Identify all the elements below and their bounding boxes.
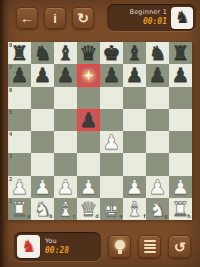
piece-white-pawn: ♟ bbox=[123, 176, 146, 198]
square-h1[interactable]: h♜ bbox=[169, 198, 192, 220]
rank-label-2: 2 bbox=[9, 177, 12, 182]
square-c7[interactable]: ♟ bbox=[54, 64, 77, 86]
piece-black-bishop: ♝ bbox=[54, 42, 77, 64]
piece-black-knight: ♞ bbox=[146, 42, 169, 64]
piece-black-pawn: ♟ bbox=[100, 64, 123, 86]
square-b7[interactable]: ♟ bbox=[31, 64, 54, 86]
piece-black-pawn: ♟ bbox=[31, 64, 54, 86]
square-b4[interactable] bbox=[31, 131, 54, 153]
square-a8[interactable]: 8♜ bbox=[8, 42, 31, 64]
piece-white-pawn: ♟ bbox=[100, 131, 123, 153]
file-label-d: d bbox=[96, 214, 99, 219]
square-b6[interactable] bbox=[31, 87, 54, 109]
restart-button[interactable]: ↻ bbox=[72, 7, 94, 29]
rank-label-3: 3 bbox=[9, 154, 12, 159]
black-knight-icon: ♞ bbox=[174, 9, 189, 26]
piece-black-rook: ♜ bbox=[169, 42, 192, 64]
square-d1[interactable]: d♛ bbox=[77, 198, 100, 220]
square-f8[interactable]: ♝ bbox=[123, 42, 146, 64]
last-move-origin-glow-icon bbox=[77, 64, 100, 86]
square-h7[interactable]: ♟ bbox=[169, 64, 192, 86]
file-label-g: g bbox=[165, 214, 168, 219]
square-c3[interactable] bbox=[54, 153, 77, 175]
square-a7[interactable]: 7♟ bbox=[8, 64, 31, 86]
square-d2[interactable]: ♟ bbox=[77, 176, 100, 198]
hint-button[interactable] bbox=[108, 235, 131, 258]
back-button[interactable]: ← bbox=[16, 7, 38, 29]
square-h2[interactable]: ♟ bbox=[169, 176, 192, 198]
lightbulb-icon bbox=[115, 240, 125, 250]
square-b8[interactable]: ♞ bbox=[31, 42, 54, 64]
square-c8[interactable]: ♝ bbox=[54, 42, 77, 64]
piece-black-pawn: ♟ bbox=[54, 64, 77, 86]
player-avatar: ♞ bbox=[17, 235, 40, 258]
square-a2[interactable]: 2♟ bbox=[8, 176, 31, 198]
piece-white-pawn: ♟ bbox=[146, 176, 169, 198]
square-c1[interactable]: c♝ bbox=[54, 198, 77, 220]
square-g3[interactable] bbox=[146, 153, 169, 175]
undo-icon: ↺ bbox=[174, 240, 186, 254]
piece-black-pawn: ♟ bbox=[169, 64, 192, 86]
piece-black-pawn: ♟ bbox=[146, 64, 169, 86]
square-d6[interactable] bbox=[77, 87, 100, 109]
restart-icon: ↻ bbox=[77, 11, 89, 25]
file-label-b: b bbox=[50, 214, 53, 219]
rank-label-8: 8 bbox=[9, 43, 12, 48]
square-d4[interactable] bbox=[77, 131, 100, 153]
file-label-c: c bbox=[73, 214, 76, 219]
undo-button[interactable]: ↺ bbox=[168, 235, 191, 258]
square-f6[interactable] bbox=[123, 87, 146, 109]
square-h8[interactable]: ♜ bbox=[169, 42, 192, 64]
piece-black-pawn: ♟ bbox=[123, 64, 146, 86]
back-arrow-icon: ← bbox=[20, 11, 34, 25]
file-label-e: e bbox=[119, 214, 122, 219]
square-h4[interactable] bbox=[169, 131, 192, 153]
piece-black-queen: ♛ bbox=[77, 42, 100, 64]
square-h3[interactable] bbox=[169, 153, 192, 175]
opponent-timer: 00:01 bbox=[143, 17, 167, 26]
square-f3[interactable] bbox=[123, 153, 146, 175]
piece-white-pawn: ♟ bbox=[77, 176, 100, 198]
square-b2[interactable]: ♟ bbox=[31, 176, 54, 198]
square-g7[interactable]: ♟ bbox=[146, 64, 169, 86]
opponent-name: Beginner 1 bbox=[129, 9, 167, 16]
square-e2[interactable] bbox=[100, 176, 123, 198]
file-label-h: h bbox=[188, 214, 191, 219]
square-e7[interactable]: ♟ bbox=[100, 64, 123, 86]
square-a6[interactable]: 6 bbox=[8, 87, 31, 109]
square-c4[interactable] bbox=[54, 131, 77, 153]
square-b5[interactable] bbox=[31, 109, 54, 131]
square-f2[interactable]: ♟ bbox=[123, 176, 146, 198]
piece-black-bishop: ♝ bbox=[123, 42, 146, 64]
piece-white-pawn: ♟ bbox=[54, 176, 77, 198]
square-e4[interactable]: ♟ bbox=[100, 131, 123, 153]
square-f1[interactable]: f♝ bbox=[123, 198, 146, 220]
square-b3[interactable] bbox=[31, 153, 54, 175]
square-g8[interactable]: ♞ bbox=[146, 42, 169, 64]
menu-icon bbox=[144, 240, 156, 253]
square-a4[interactable]: 4 bbox=[8, 131, 31, 153]
app-screen: ← i ↻ Beginner 1 00:01 ♞ 8♜♞♝♛♚♝♞♜7♟♟♟♟♟… bbox=[0, 0, 200, 267]
square-e6[interactable] bbox=[100, 87, 123, 109]
opponent-avatar: ♞ bbox=[171, 7, 193, 29]
rank-label-5: 5 bbox=[9, 110, 12, 115]
info-icon: i bbox=[53, 12, 57, 25]
square-g2[interactable]: ♟ bbox=[146, 176, 169, 198]
red-knight-icon: ♞ bbox=[21, 238, 36, 255]
piece-white-pawn: ♟ bbox=[31, 176, 54, 198]
square-c2[interactable]: ♟ bbox=[54, 176, 77, 198]
file-label-f: f bbox=[143, 214, 145, 219]
square-a5[interactable]: 5 bbox=[8, 109, 31, 131]
square-g5[interactable] bbox=[146, 109, 169, 131]
piece-black-pawn: ♟ bbox=[77, 109, 100, 131]
rank-label-6: 6 bbox=[9, 88, 12, 93]
square-c6[interactable] bbox=[54, 87, 77, 109]
player-name: You bbox=[45, 238, 57, 245]
square-c5[interactable] bbox=[54, 109, 77, 131]
square-h6[interactable] bbox=[169, 87, 192, 109]
square-g4[interactable] bbox=[146, 131, 169, 153]
rank-label-4: 4 bbox=[9, 132, 12, 137]
square-f5[interactable] bbox=[123, 109, 146, 131]
square-e8[interactable]: ♚ bbox=[100, 42, 123, 64]
square-a3[interactable]: 3 bbox=[8, 153, 31, 175]
square-d3[interactable] bbox=[77, 153, 100, 175]
player-panel: ♞ You 00:28 bbox=[14, 232, 101, 261]
square-f4[interactable] bbox=[123, 131, 146, 153]
square-e3[interactable] bbox=[100, 153, 123, 175]
chess-board: 8♜♞♝♛♚♝♞♜7♟♟♟♟♟♟♟65♟4♟32♟♟♟♟♟♟♟1a♜b♞c♝d♛… bbox=[8, 42, 192, 220]
rank-label-7: 7 bbox=[9, 65, 12, 70]
square-e1[interactable]: e♚ bbox=[100, 198, 123, 220]
square-d7[interactable] bbox=[77, 64, 100, 86]
square-g1[interactable]: g♞ bbox=[146, 198, 169, 220]
square-d8[interactable]: ♛ bbox=[77, 42, 100, 64]
piece-black-knight: ♞ bbox=[31, 42, 54, 64]
square-e5[interactable] bbox=[100, 109, 123, 131]
piece-white-pawn: ♟ bbox=[169, 176, 192, 198]
piece-black-king: ♚ bbox=[100, 42, 123, 64]
square-f7[interactable]: ♟ bbox=[123, 64, 146, 86]
file-label-a: a bbox=[27, 214, 30, 219]
square-d5[interactable]: ♟ bbox=[77, 109, 100, 131]
player-timer: 00:28 bbox=[45, 246, 69, 255]
info-button[interactable]: i bbox=[44, 7, 66, 29]
square-b1[interactable]: b♞ bbox=[31, 198, 54, 220]
menu-button[interactable] bbox=[138, 235, 161, 258]
rank-label-1: 1 bbox=[9, 199, 12, 204]
square-g6[interactable] bbox=[146, 87, 169, 109]
opponent-panel: Beginner 1 00:01 ♞ bbox=[107, 4, 196, 31]
square-a1[interactable]: 1a♜ bbox=[8, 198, 31, 220]
square-h5[interactable] bbox=[169, 109, 192, 131]
